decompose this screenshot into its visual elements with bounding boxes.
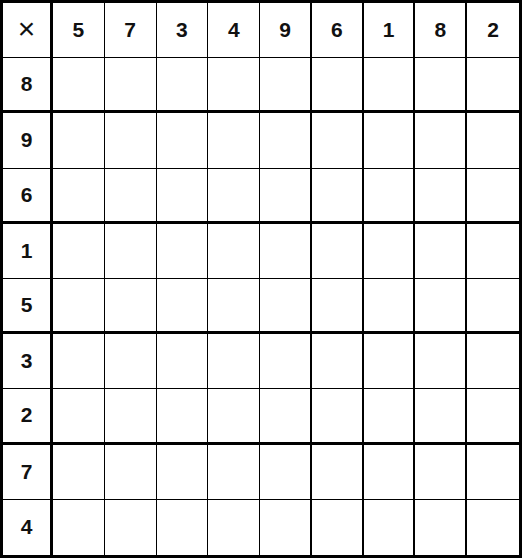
answer-cell[interactable] bbox=[260, 224, 312, 279]
col-header-cell: 7 bbox=[105, 3, 157, 58]
answer-cell[interactable] bbox=[312, 500, 364, 555]
answer-cell[interactable] bbox=[312, 224, 364, 279]
answer-cell[interactable] bbox=[157, 334, 209, 389]
answer-cell[interactable] bbox=[312, 113, 364, 168]
answer-cell[interactable] bbox=[105, 389, 157, 444]
answer-cell[interactable] bbox=[312, 389, 364, 444]
answer-cell[interactable] bbox=[157, 224, 209, 279]
answer-cell[interactable] bbox=[364, 224, 416, 279]
row-header-cell: 8 bbox=[3, 58, 53, 113]
answer-cell[interactable] bbox=[105, 169, 157, 224]
answer-cell[interactable] bbox=[415, 224, 467, 279]
answer-cell[interactable] bbox=[364, 113, 416, 168]
answer-cell[interactable] bbox=[312, 279, 364, 334]
multiply-operator-cell: × bbox=[3, 3, 53, 58]
answer-cell[interactable] bbox=[260, 445, 312, 500]
answer-cell[interactable] bbox=[364, 500, 416, 555]
answer-cell[interactable] bbox=[53, 169, 105, 224]
answer-cell[interactable] bbox=[467, 279, 519, 334]
answer-cell[interactable] bbox=[105, 334, 157, 389]
col-header-cell: 1 bbox=[364, 3, 416, 58]
answer-cell[interactable] bbox=[208, 113, 260, 168]
row-header-cell: 1 bbox=[3, 224, 53, 279]
row-header-cell: 3 bbox=[3, 334, 53, 389]
answer-cell[interactable] bbox=[157, 445, 209, 500]
answer-cell[interactable] bbox=[415, 334, 467, 389]
answer-cell[interactable] bbox=[208, 58, 260, 113]
worksheet-page: ×573496182896153274 bbox=[0, 0, 522, 558]
col-header-cell: 8 bbox=[415, 3, 467, 58]
answer-cell[interactable] bbox=[157, 58, 209, 113]
answer-cell[interactable] bbox=[364, 169, 416, 224]
row-header-cell: 5 bbox=[3, 279, 53, 334]
answer-cell[interactable] bbox=[467, 334, 519, 389]
answer-cell[interactable] bbox=[467, 113, 519, 168]
answer-cell[interactable] bbox=[105, 445, 157, 500]
answer-cell[interactable] bbox=[157, 279, 209, 334]
answer-cell[interactable] bbox=[467, 445, 519, 500]
answer-cell[interactable] bbox=[105, 224, 157, 279]
answer-cell[interactable] bbox=[312, 334, 364, 389]
answer-cell[interactable] bbox=[364, 58, 416, 113]
answer-cell[interactable] bbox=[53, 500, 105, 555]
answer-cell[interactable] bbox=[208, 279, 260, 334]
col-header-cell: 2 bbox=[467, 3, 519, 58]
answer-cell[interactable] bbox=[53, 113, 105, 168]
answer-cell[interactable] bbox=[364, 334, 416, 389]
answer-cell[interactable] bbox=[208, 445, 260, 500]
answer-cell[interactable] bbox=[467, 500, 519, 555]
answer-cell[interactable] bbox=[260, 279, 312, 334]
answer-cell[interactable] bbox=[415, 58, 467, 113]
answer-cell[interactable] bbox=[260, 500, 312, 555]
answer-cell[interactable] bbox=[364, 389, 416, 444]
answer-cell[interactable] bbox=[53, 334, 105, 389]
answer-cell[interactable] bbox=[467, 169, 519, 224]
answer-cell[interactable] bbox=[312, 445, 364, 500]
answer-cell[interactable] bbox=[415, 445, 467, 500]
answer-cell[interactable] bbox=[467, 224, 519, 279]
answer-cell[interactable] bbox=[364, 445, 416, 500]
answer-cell[interactable] bbox=[208, 500, 260, 555]
answer-cell[interactable] bbox=[260, 389, 312, 444]
col-header-cell: 5 bbox=[53, 3, 105, 58]
answer-cell[interactable] bbox=[260, 169, 312, 224]
answer-cell[interactable] bbox=[312, 58, 364, 113]
col-header-cell: 3 bbox=[157, 3, 209, 58]
answer-cell[interactable] bbox=[312, 169, 364, 224]
answer-cell[interactable] bbox=[157, 500, 209, 555]
row-header-cell: 6 bbox=[3, 169, 53, 224]
multiplication-grid: ×573496182896153274 bbox=[0, 0, 522, 558]
answer-cell[interactable] bbox=[53, 445, 105, 500]
row-header-cell: 7 bbox=[3, 445, 53, 500]
row-header-cell: 4 bbox=[3, 500, 53, 555]
answer-cell[interactable] bbox=[208, 224, 260, 279]
answer-cell[interactable] bbox=[157, 389, 209, 444]
answer-cell[interactable] bbox=[260, 58, 312, 113]
answer-cell[interactable] bbox=[53, 58, 105, 113]
col-header-cell: 4 bbox=[208, 3, 260, 58]
answer-cell[interactable] bbox=[105, 113, 157, 168]
col-header-cell: 9 bbox=[260, 3, 312, 58]
answer-cell[interactable] bbox=[467, 58, 519, 113]
answer-cell[interactable] bbox=[105, 279, 157, 334]
answer-cell[interactable] bbox=[415, 169, 467, 224]
answer-cell[interactable] bbox=[208, 169, 260, 224]
answer-cell[interactable] bbox=[415, 500, 467, 555]
answer-cell[interactable] bbox=[415, 279, 467, 334]
answer-cell[interactable] bbox=[415, 113, 467, 168]
answer-cell[interactable] bbox=[208, 389, 260, 444]
answer-cell[interactable] bbox=[208, 334, 260, 389]
col-header-cell: 6 bbox=[312, 3, 364, 58]
answer-cell[interactable] bbox=[157, 169, 209, 224]
answer-cell[interactable] bbox=[105, 500, 157, 555]
answer-cell[interactable] bbox=[260, 334, 312, 389]
row-header-cell: 2 bbox=[3, 389, 53, 444]
answer-cell[interactable] bbox=[53, 389, 105, 444]
row-header-cell: 9 bbox=[3, 113, 53, 168]
answer-cell[interactable] bbox=[467, 389, 519, 444]
answer-cell[interactable] bbox=[364, 279, 416, 334]
answer-cell[interactable] bbox=[105, 58, 157, 113]
answer-cell[interactable] bbox=[53, 224, 105, 279]
answer-cell[interactable] bbox=[260, 113, 312, 168]
answer-cell[interactable] bbox=[53, 279, 105, 334]
answer-cell[interactable] bbox=[415, 389, 467, 444]
answer-cell[interactable] bbox=[157, 113, 209, 168]
